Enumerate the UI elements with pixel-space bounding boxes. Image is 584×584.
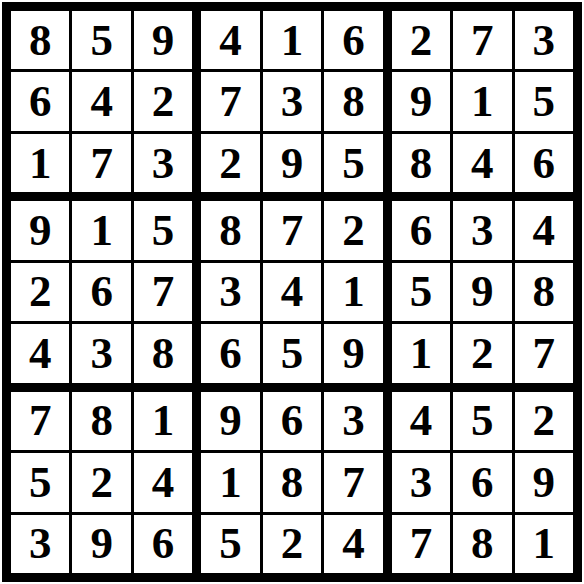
cell-r6c7[interactable]: 1 <box>392 324 450 382</box>
cell-r7c3[interactable]: 1 <box>134 392 192 450</box>
cell-r4c4[interactable]: 8 <box>201 201 259 259</box>
cell-r7c7[interactable]: 4 <box>392 392 450 450</box>
cell-r3c7[interactable]: 8 <box>392 134 450 192</box>
cell-r8c7[interactable]: 3 <box>392 453 450 511</box>
cell-r1c3[interactable]: 9 <box>134 11 192 69</box>
cell-r3c3[interactable]: 3 <box>134 134 192 192</box>
cell-r1c1[interactable]: 8 <box>11 11 69 69</box>
cell-r8c6[interactable]: 7 <box>324 453 382 511</box>
cell-r9c5[interactable]: 2 <box>263 515 321 573</box>
cell-r4c6[interactable]: 2 <box>324 201 382 259</box>
cell-r9c3[interactable]: 6 <box>134 515 192 573</box>
cell-r2c7[interactable]: 9 <box>392 72 450 130</box>
cell-r6c8[interactable]: 2 <box>453 324 511 382</box>
box-r1c3: 273915846 <box>392 11 573 192</box>
cell-r1c6[interactable]: 6 <box>324 11 382 69</box>
cell-r6c3[interactable]: 8 <box>134 324 192 382</box>
cell-r3c5[interactable]: 9 <box>263 134 321 192</box>
cell-r6c6[interactable]: 9 <box>324 324 382 382</box>
cell-r9c7[interactable]: 7 <box>392 515 450 573</box>
cell-r5c2[interactable]: 6 <box>72 263 130 321</box>
box-r3c3: 452369781 <box>392 392 573 573</box>
cell-r1c4[interactable]: 4 <box>201 11 259 69</box>
cell-r3c9[interactable]: 6 <box>515 134 573 192</box>
cell-r3c2[interactable]: 7 <box>72 134 130 192</box>
cell-r8c4[interactable]: 1 <box>201 453 259 511</box>
cell-r2c2[interactable]: 4 <box>72 72 130 130</box>
cell-r5c7[interactable]: 5 <box>392 263 450 321</box>
cell-r2c4[interactable]: 7 <box>201 72 259 130</box>
cell-r9c6[interactable]: 4 <box>324 515 382 573</box>
box-r2c3: 634598127 <box>392 201 573 382</box>
cell-r4c3[interactable]: 5 <box>134 201 192 259</box>
cell-r8c3[interactable]: 4 <box>134 453 192 511</box>
box-r2c1: 915267438 <box>11 201 192 382</box>
cell-r6c5[interactable]: 5 <box>263 324 321 382</box>
cell-r2c5[interactable]: 3 <box>263 72 321 130</box>
cell-r4c7[interactable]: 6 <box>392 201 450 259</box>
cell-r7c2[interactable]: 8 <box>72 392 130 450</box>
sudoku-page: 8596421734167382952739158469152674388723… <box>0 0 584 584</box>
cell-r8c5[interactable]: 8 <box>263 453 321 511</box>
box-r3c2: 963187524 <box>201 392 382 573</box>
cell-r5c5[interactable]: 4 <box>263 263 321 321</box>
cell-r7c6[interactable]: 3 <box>324 392 382 450</box>
cell-r1c2[interactable]: 5 <box>72 11 130 69</box>
cell-r1c9[interactable]: 3 <box>515 11 573 69</box>
cell-r5c9[interactable]: 8 <box>515 263 573 321</box>
cell-r5c1[interactable]: 2 <box>11 263 69 321</box>
cell-r9c4[interactable]: 5 <box>201 515 259 573</box>
cell-r2c1[interactable]: 6 <box>11 72 69 130</box>
cell-r7c8[interactable]: 5 <box>453 392 511 450</box>
box-r1c2: 416738295 <box>201 11 382 192</box>
cell-r7c5[interactable]: 6 <box>263 392 321 450</box>
cell-r8c9[interactable]: 9 <box>515 453 573 511</box>
cell-r1c7[interactable]: 2 <box>392 11 450 69</box>
cell-r5c4[interactable]: 3 <box>201 263 259 321</box>
cell-r2c6[interactable]: 8 <box>324 72 382 130</box>
cell-r6c9[interactable]: 7 <box>515 324 573 382</box>
cell-r9c1[interactable]: 3 <box>11 515 69 573</box>
box-r3c1: 781524396 <box>11 392 192 573</box>
cell-r2c3[interactable]: 2 <box>134 72 192 130</box>
cell-r4c2[interactable]: 1 <box>72 201 130 259</box>
cell-r1c8[interactable]: 7 <box>453 11 511 69</box>
cell-r3c8[interactable]: 4 <box>453 134 511 192</box>
box-r2c2: 872341659 <box>201 201 382 382</box>
cell-r4c8[interactable]: 3 <box>453 201 511 259</box>
cell-r1c5[interactable]: 1 <box>263 11 321 69</box>
cell-r4c1[interactable]: 9 <box>11 201 69 259</box>
cell-r8c2[interactable]: 2 <box>72 453 130 511</box>
cell-r6c4[interactable]: 6 <box>201 324 259 382</box>
cell-r5c6[interactable]: 1 <box>324 263 382 321</box>
cell-r3c4[interactable]: 2 <box>201 134 259 192</box>
cell-r9c8[interactable]: 8 <box>453 515 511 573</box>
cell-r2c8[interactable]: 1 <box>453 72 511 130</box>
cell-r4c5[interactable]: 7 <box>263 201 321 259</box>
box-r1c1: 859642173 <box>11 11 192 192</box>
cell-r9c2[interactable]: 9 <box>72 515 130 573</box>
sudoku-board: 8596421734167382952739158469152674388723… <box>2 2 582 582</box>
cell-r9c9[interactable]: 1 <box>515 515 573 573</box>
cell-r4c9[interactable]: 4 <box>515 201 573 259</box>
cell-r8c8[interactable]: 6 <box>453 453 511 511</box>
cell-r7c4[interactable]: 9 <box>201 392 259 450</box>
cell-r5c8[interactable]: 9 <box>453 263 511 321</box>
cell-r7c9[interactable]: 2 <box>515 392 573 450</box>
cell-r3c1[interactable]: 1 <box>11 134 69 192</box>
cell-r2c9[interactable]: 5 <box>515 72 573 130</box>
cell-r6c1[interactable]: 4 <box>11 324 69 382</box>
cell-r6c2[interactable]: 3 <box>72 324 130 382</box>
cell-r5c3[interactable]: 7 <box>134 263 192 321</box>
cell-r7c1[interactable]: 7 <box>11 392 69 450</box>
cell-r3c6[interactable]: 5 <box>324 134 382 192</box>
cell-r8c1[interactable]: 5 <box>11 453 69 511</box>
